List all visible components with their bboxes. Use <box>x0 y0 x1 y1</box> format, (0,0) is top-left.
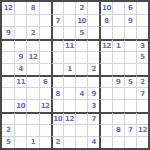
cell-r6c1[interactable] <box>2 63 14 75</box>
cell-r12c6[interactable] <box>63 136 75 148</box>
cell-r12c9[interactable] <box>99 136 111 148</box>
cell-r8c9[interactable] <box>99 87 111 99</box>
cell-r5c9[interactable] <box>99 51 111 63</box>
cell-r12c11[interactable] <box>124 136 136 148</box>
cell-r3c10[interactable] <box>112 26 124 38</box>
cell-r2c5[interactable]: 7 <box>51 14 63 26</box>
cell-r8c7[interactable]: 4 <box>75 87 87 99</box>
cell-r6c10[interactable] <box>112 63 124 75</box>
cell-r1c5[interactable] <box>51 2 63 14</box>
cell-r4c3[interactable] <box>26 39 38 51</box>
cell-r12c2[interactable] <box>14 136 26 148</box>
cell-r2c7[interactable]: 10 <box>75 14 87 26</box>
cell-r11c12[interactable]: 12 <box>136 124 148 136</box>
cell-r5c10[interactable] <box>112 51 124 63</box>
cell-r8c12[interactable]: 7 <box>136 87 148 99</box>
cell-r3c5[interactable] <box>51 26 63 38</box>
cell-r12c7[interactable] <box>75 136 87 148</box>
cell-r12c8[interactable]: 4 <box>87 136 99 148</box>
cell-r1c1[interactable]: 12 <box>2 2 14 14</box>
cell-r3c3[interactable]: 2 <box>26 26 38 38</box>
cell-r4c10[interactable]: 1 <box>112 39 124 51</box>
cell-r4c11[interactable] <box>124 39 136 51</box>
cell-r7c5[interactable] <box>51 75 63 87</box>
cell-r8c3[interactable] <box>26 87 38 99</box>
cell-r3c7[interactable]: 5 <box>75 26 87 38</box>
cell-r2c4[interactable] <box>39 14 51 26</box>
cell-r12c3[interactable]: 1 <box>26 136 38 148</box>
cell-r9c3[interactable] <box>26 99 38 111</box>
cell-r9c5[interactable] <box>51 99 63 111</box>
cell-r1c10[interactable] <box>112 2 124 14</box>
cell-r11c11[interactable]: 7 <box>124 124 136 136</box>
sudoku-board: 1282106710899251112139125412116952849710… <box>0 0 150 150</box>
cell-r7c3[interactable] <box>26 75 38 87</box>
cell-r8c10[interactable] <box>112 87 124 99</box>
cell-r5c6[interactable] <box>63 51 75 63</box>
cell-r7c7[interactable] <box>75 75 87 87</box>
cell-r4c1[interactable] <box>2 39 14 51</box>
cell-r7c4[interactable]: 6 <box>39 75 51 87</box>
cell-r2c12[interactable] <box>136 14 148 26</box>
cell-r1c12[interactable] <box>136 2 148 14</box>
cell-r7c6[interactable] <box>63 75 75 87</box>
cell-r8c2[interactable] <box>14 87 26 99</box>
cell-r11c8[interactable] <box>87 124 99 136</box>
cell-r4c4[interactable] <box>39 39 51 51</box>
cell-r3c9[interactable] <box>99 26 111 38</box>
cell-r8c5[interactable]: 8 <box>51 87 63 99</box>
cell-r11c4[interactable] <box>39 124 51 136</box>
cell-r10c1[interactable] <box>2 112 14 124</box>
cell-r2c3[interactable] <box>26 14 38 26</box>
cell-r11c3[interactable] <box>26 124 38 136</box>
cell-r9c9[interactable] <box>99 99 111 111</box>
cell-r1c4[interactable] <box>39 2 51 14</box>
cell-r2c1[interactable] <box>2 14 14 26</box>
cell-r6c2[interactable]: 4 <box>14 63 26 75</box>
cell-r9c12[interactable] <box>136 99 148 111</box>
cell-r6c5[interactable] <box>51 63 63 75</box>
cell-r5c7[interactable] <box>75 51 87 63</box>
cell-r10c2[interactable] <box>14 112 26 124</box>
cell-r12c5[interactable]: 2 <box>51 136 63 148</box>
cell-r8c11[interactable] <box>124 87 136 99</box>
cell-r9c10[interactable] <box>112 99 124 111</box>
cell-r7c10[interactable]: 9 <box>112 75 124 87</box>
cell-r9c1[interactable] <box>2 99 14 111</box>
cell-r3c6[interactable] <box>63 26 75 38</box>
cell-r6c9[interactable] <box>99 63 111 75</box>
cell-r7c12[interactable]: 2 <box>136 75 148 87</box>
cell-r11c1[interactable]: 2 <box>2 124 14 136</box>
cell-r2c9[interactable]: 8 <box>99 14 111 26</box>
cell-r2c10[interactable] <box>112 14 124 26</box>
cell-r8c6[interactable] <box>63 87 75 99</box>
cell-r9c4[interactable]: 12 <box>39 99 51 111</box>
cell-r2c2[interactable] <box>14 14 26 26</box>
cell-r1c9[interactable]: 10 <box>99 2 111 14</box>
cell-r6c11[interactable] <box>124 63 136 75</box>
cell-r10c10[interactable] <box>112 112 124 124</box>
cell-r3c12[interactable] <box>136 26 148 38</box>
cell-r1c2[interactable] <box>14 2 26 14</box>
cell-r12c4[interactable] <box>39 136 51 148</box>
cell-r4c5[interactable] <box>51 39 63 51</box>
cell-r7c9[interactable] <box>99 75 111 87</box>
cell-r3c11[interactable] <box>124 26 136 38</box>
cell-r5c5[interactable] <box>51 51 63 63</box>
cell-r1c3[interactable]: 8 <box>26 2 38 14</box>
cell-r4c8[interactable] <box>87 39 99 51</box>
cell-r11c7[interactable] <box>75 124 87 136</box>
cell-r5c2[interactable]: 9 <box>14 51 26 63</box>
cell-r7c1[interactable] <box>2 75 14 87</box>
cell-r10c9[interactable] <box>99 112 111 124</box>
cell-r10c4[interactable] <box>39 112 51 124</box>
cell-r8c1[interactable] <box>2 87 14 99</box>
cell-r9c8[interactable]: 3 <box>87 99 99 111</box>
cell-r1c8[interactable] <box>87 2 99 14</box>
cell-r10c5[interactable]: 10 <box>51 112 63 124</box>
cell-r5c1[interactable] <box>2 51 14 63</box>
cell-r10c7[interactable] <box>75 112 87 124</box>
cell-r11c9[interactable] <box>99 124 111 136</box>
cell-r9c7[interactable] <box>75 99 87 111</box>
cell-r6c7[interactable] <box>75 63 87 75</box>
cell-r4c2[interactable] <box>14 39 26 51</box>
cell-r4c6[interactable]: 11 <box>63 39 75 51</box>
cell-r9c2[interactable]: 10 <box>14 99 26 111</box>
cell-r7c2[interactable]: 11 <box>14 75 26 87</box>
cell-r12c12[interactable] <box>136 136 148 148</box>
cell-r1c6[interactable] <box>63 2 75 14</box>
cell-r10c3[interactable] <box>26 112 38 124</box>
cell-r3c1[interactable]: 9 <box>2 26 14 38</box>
cell-r6c6[interactable]: 1 <box>63 63 75 75</box>
cell-r1c11[interactable]: 6 <box>124 2 136 14</box>
cell-r6c12[interactable] <box>136 63 148 75</box>
cell-r1c7[interactable]: 2 <box>75 2 87 14</box>
cell-r6c8[interactable]: 2 <box>87 63 99 75</box>
cell-r10c12[interactable] <box>136 112 148 124</box>
cell-r7c8[interactable] <box>87 75 99 87</box>
cell-r11c5[interactable] <box>51 124 63 136</box>
cell-r10c11[interactable] <box>124 112 136 124</box>
cell-r8c8[interactable]: 9 <box>87 87 99 99</box>
cell-r4c12[interactable]: 3 <box>136 39 148 51</box>
cell-r3c8[interactable] <box>87 26 99 38</box>
cell-r7c11[interactable]: 5 <box>124 75 136 87</box>
cell-r5c11[interactable] <box>124 51 136 63</box>
cell-r11c10[interactable]: 8 <box>112 124 124 136</box>
cell-r9c6[interactable] <box>63 99 75 111</box>
cell-r5c8[interactable] <box>87 51 99 63</box>
cell-r12c10[interactable] <box>112 136 124 148</box>
cell-r10c6[interactable]: 12 <box>63 112 75 124</box>
cell-r11c2[interactable] <box>14 124 26 136</box>
cell-r5c4[interactable] <box>39 51 51 63</box>
cell-r4c7[interactable] <box>75 39 87 51</box>
cell-r9c11[interactable] <box>124 99 136 111</box>
cell-r8c4[interactable] <box>39 87 51 99</box>
cell-r6c4[interactable] <box>39 63 51 75</box>
cell-r11c6[interactable] <box>63 124 75 136</box>
cell-r3c2[interactable] <box>14 26 26 38</box>
cell-r2c11[interactable]: 9 <box>124 14 136 26</box>
cell-r12c1[interactable]: 5 <box>2 136 14 148</box>
cell-r3c4[interactable] <box>39 26 51 38</box>
cell-r4c9[interactable]: 12 <box>99 39 111 51</box>
cell-r2c8[interactable] <box>87 14 99 26</box>
cell-r6c3[interactable] <box>26 63 38 75</box>
cell-r5c12[interactable]: 5 <box>136 51 148 63</box>
cell-r2c6[interactable] <box>63 14 75 26</box>
cell-r10c8[interactable]: 7 <box>87 112 99 124</box>
cell-r5c3[interactable]: 12 <box>26 51 38 63</box>
